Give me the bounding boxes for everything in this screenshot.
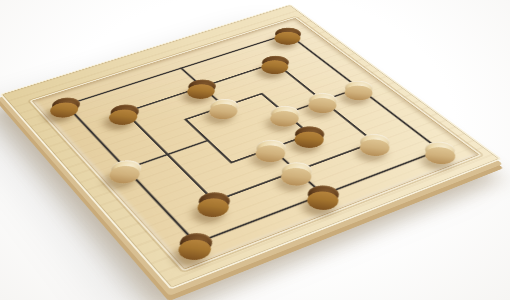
inner-ring-line <box>186 94 311 163</box>
middle-ring-line <box>125 63 374 201</box>
morris-board <box>66 34 440 243</box>
screenshot-root <box>0 0 510 300</box>
